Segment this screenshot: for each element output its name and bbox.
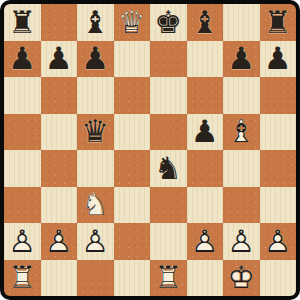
square-d5[interactable]	[114, 114, 151, 151]
black-pawn[interactable]: ♟	[187, 114, 224, 151]
piece-outline-layer: ♙	[223, 223, 260, 260]
square-d3[interactable]	[114, 187, 151, 224]
square-f3[interactable]	[187, 187, 224, 224]
black-rook[interactable]: ♜	[4, 4, 41, 41]
square-g1[interactable]: ♚♔	[223, 260, 260, 297]
square-c1[interactable]	[77, 260, 114, 297]
square-c6[interactable]	[77, 77, 114, 114]
square-e6[interactable]	[150, 77, 187, 114]
piece-fill-layer: ♝	[187, 4, 224, 41]
square-e8[interactable]: ♚	[150, 4, 187, 41]
square-g8[interactable]	[223, 4, 260, 41]
black-queen[interactable]: ♛	[77, 114, 114, 151]
square-b1[interactable]	[41, 260, 78, 297]
white-rook[interactable]: ♜♖	[150, 260, 187, 297]
square-e7[interactable]	[150, 41, 187, 78]
white-pawn[interactable]: ♟♙	[260, 223, 297, 260]
square-h4[interactable]	[260, 150, 297, 187]
square-a8[interactable]: ♜	[4, 4, 41, 41]
square-d7[interactable]	[114, 41, 151, 78]
square-c7[interactable]: ♟	[77, 41, 114, 78]
square-h2[interactable]: ♟♙	[260, 223, 297, 260]
square-h1[interactable]	[260, 260, 297, 297]
black-knight[interactable]: ♞	[150, 150, 187, 187]
square-e3[interactable]	[150, 187, 187, 224]
piece-outline-layer: ♖	[150, 260, 187, 297]
square-h3[interactable]	[260, 187, 297, 224]
square-d1[interactable]	[114, 260, 151, 297]
black-pawn[interactable]: ♟	[260, 41, 297, 78]
square-h7[interactable]: ♟	[260, 41, 297, 78]
white-pawn[interactable]: ♟♙	[4, 223, 41, 260]
square-e5[interactable]	[150, 114, 187, 151]
piece-outline-layer: ♖	[4, 260, 41, 297]
square-b4[interactable]	[41, 150, 78, 187]
square-f2[interactable]: ♟♙	[187, 223, 224, 260]
square-b5[interactable]	[41, 114, 78, 151]
square-e1[interactable]: ♜♖	[150, 260, 187, 297]
square-b6[interactable]	[41, 77, 78, 114]
square-g7[interactable]: ♟	[223, 41, 260, 78]
square-b7[interactable]: ♟	[41, 41, 78, 78]
square-b8[interactable]	[41, 4, 78, 41]
square-f8[interactable]: ♝	[187, 4, 224, 41]
square-b2[interactable]: ♟♙	[41, 223, 78, 260]
square-d8[interactable]: ♛♕	[114, 4, 151, 41]
square-d4[interactable]	[114, 150, 151, 187]
square-g2[interactable]: ♟♙	[223, 223, 260, 260]
piece-fill-layer: ♟	[187, 114, 224, 151]
piece-outline-layer: ♙	[260, 223, 297, 260]
square-a1[interactable]: ♜♖	[4, 260, 41, 297]
square-d6[interactable]	[114, 77, 151, 114]
white-pawn[interactable]: ♟♙	[187, 223, 224, 260]
square-h8[interactable]: ♜	[260, 4, 297, 41]
piece-outline-layer: ♔	[223, 260, 260, 297]
black-pawn[interactable]: ♟	[77, 41, 114, 78]
white-pawn[interactable]: ♟♙	[77, 223, 114, 260]
square-f7[interactable]	[187, 41, 224, 78]
square-a2[interactable]: ♟♙	[4, 223, 41, 260]
square-a7[interactable]: ♟	[4, 41, 41, 78]
square-g3[interactable]	[223, 187, 260, 224]
square-f5[interactable]: ♟	[187, 114, 224, 151]
board-frame: ♜♝♛♕♚♝♜♟♟♟♟♟♛♟♝♗♞♞♘♟♙♟♙♟♙♟♙♟♙♟♙♜♖♜♖♚♔	[0, 0, 300, 300]
white-pawn[interactable]: ♟♙	[223, 223, 260, 260]
piece-fill-layer: ♜	[4, 4, 41, 41]
piece-outline-layer: ♘	[77, 187, 114, 224]
square-c4[interactable]	[77, 150, 114, 187]
piece-outline-layer: ♗	[223, 114, 260, 151]
square-g4[interactable]	[223, 150, 260, 187]
square-b3[interactable]	[41, 187, 78, 224]
black-bishop[interactable]: ♝	[187, 4, 224, 41]
white-rook[interactable]: ♜♖	[4, 260, 41, 297]
square-f1[interactable]	[187, 260, 224, 297]
piece-outline-layer: ♙	[187, 223, 224, 260]
square-f6[interactable]	[187, 77, 224, 114]
piece-fill-layer: ♟	[223, 41, 260, 78]
black-pawn[interactable]: ♟	[223, 41, 260, 78]
chess-board: ♜♝♛♕♚♝♜♟♟♟♟♟♛♟♝♗♞♞♘♟♙♟♙♟♙♟♙♟♙♟♙♜♖♜♖♚♔	[4, 4, 296, 296]
square-c3[interactable]: ♞♘	[77, 187, 114, 224]
square-g6[interactable]	[223, 77, 260, 114]
square-e4[interactable]: ♞	[150, 150, 187, 187]
piece-fill-layer: ♟	[41, 41, 78, 78]
piece-fill-layer: ♟	[260, 41, 297, 78]
square-e2[interactable]	[150, 223, 187, 260]
black-king[interactable]: ♚	[150, 4, 187, 41]
piece-fill-layer: ♝	[77, 4, 114, 41]
square-c2[interactable]: ♟♙	[77, 223, 114, 260]
piece-fill-layer: ♚	[150, 4, 187, 41]
piece-fill-layer: ♟	[4, 41, 41, 78]
square-a5[interactable]	[4, 114, 41, 151]
square-f4[interactable]	[187, 150, 224, 187]
white-pawn[interactable]: ♟♙	[41, 223, 78, 260]
square-g5[interactable]: ♝♗	[223, 114, 260, 151]
piece-outline-layer: ♙	[41, 223, 78, 260]
black-bishop[interactable]: ♝	[77, 4, 114, 41]
square-a4[interactable]	[4, 150, 41, 187]
square-c8[interactable]: ♝	[77, 4, 114, 41]
black-pawn[interactable]: ♟	[41, 41, 78, 78]
piece-outline-layer: ♙	[77, 223, 114, 260]
white-king[interactable]: ♚♔	[223, 260, 260, 297]
square-h5[interactable]	[260, 114, 297, 151]
square-d2[interactable]	[114, 223, 151, 260]
piece-fill-layer: ♜	[260, 4, 297, 41]
piece-fill-layer: ♛	[77, 114, 114, 151]
white-queen[interactable]: ♛♕	[114, 4, 151, 41]
square-h6[interactable]	[260, 77, 297, 114]
black-rook[interactable]: ♜	[260, 4, 297, 41]
piece-fill-layer: ♞	[150, 150, 187, 187]
black-pawn[interactable]: ♟	[4, 41, 41, 78]
square-a6[interactable]	[4, 77, 41, 114]
piece-outline-layer: ♕	[114, 4, 151, 41]
piece-outline-layer: ♙	[4, 223, 41, 260]
piece-fill-layer: ♟	[77, 41, 114, 78]
square-c5[interactable]: ♛	[77, 114, 114, 151]
white-bishop[interactable]: ♝♗	[223, 114, 260, 151]
square-a3[interactable]	[4, 187, 41, 224]
white-knight[interactable]: ♞♘	[77, 187, 114, 224]
